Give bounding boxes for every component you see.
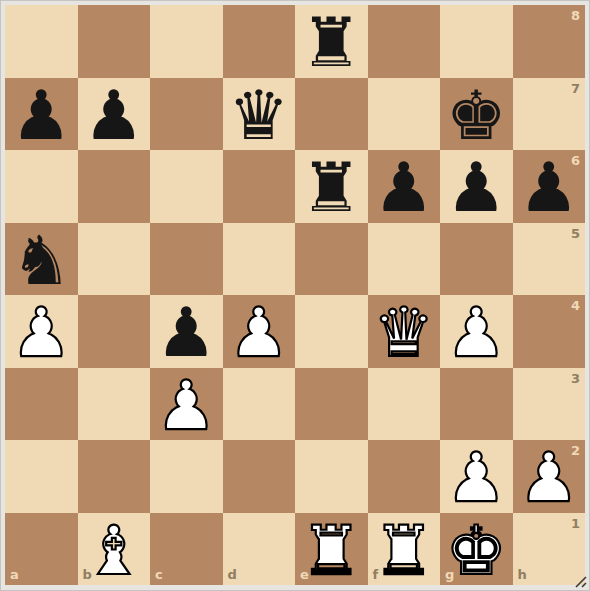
rank-label-7: 7 [571, 82, 580, 95]
square-h6[interactable]: ♟6 [513, 150, 586, 223]
black-pawn-h6[interactable]: ♟ [518, 154, 579, 222]
square-c4[interactable]: ♟ [150, 295, 223, 368]
square-c2[interactable] [150, 440, 223, 513]
square-b8[interactable] [78, 5, 151, 78]
white-pawn-g2[interactable]: ♟ [446, 444, 507, 512]
square-g1[interactable]: ♚g [440, 513, 513, 586]
rank-label-4: 4 [571, 299, 580, 312]
square-g3[interactable] [440, 368, 513, 441]
square-c6[interactable] [150, 150, 223, 223]
black-rook-e8[interactable]: ♜ [301, 9, 362, 77]
square-b5[interactable] [78, 223, 151, 296]
square-a3[interactable] [5, 368, 78, 441]
square-g5[interactable] [440, 223, 513, 296]
white-pawn-a4[interactable]: ♟ [11, 299, 72, 367]
white-queen-f4[interactable]: ♛ [373, 299, 434, 367]
black-pawn-a7[interactable]: ♟ [11, 82, 72, 150]
square-h8[interactable]: 8 [513, 5, 586, 78]
file-label-c: c [155, 568, 163, 581]
square-g4[interactable]: ♟ [440, 295, 513, 368]
square-b4[interactable] [78, 295, 151, 368]
black-pawn-b7[interactable]: ♟ [83, 82, 144, 150]
square-b1[interactable]: ♝b [78, 513, 151, 586]
square-g8[interactable] [440, 5, 513, 78]
square-g7[interactable]: ♚ [440, 78, 513, 151]
square-b6[interactable] [78, 150, 151, 223]
white-pawn-c3[interactable]: ♟ [156, 372, 217, 440]
square-d5[interactable] [223, 223, 296, 296]
square-f2[interactable] [368, 440, 441, 513]
white-rook-f1[interactable]: ♜ [373, 517, 434, 585]
white-king-g1[interactable]: ♚ [446, 517, 507, 585]
square-d6[interactable] [223, 150, 296, 223]
file-label-h: h [518, 568, 527, 581]
square-f4[interactable]: ♛ [368, 295, 441, 368]
square-a7[interactable]: ♟ [5, 78, 78, 151]
square-e3[interactable] [295, 368, 368, 441]
square-e6[interactable]: ♜ [295, 150, 368, 223]
square-d8[interactable] [223, 5, 296, 78]
square-c1[interactable]: c [150, 513, 223, 586]
square-f7[interactable] [368, 78, 441, 151]
black-pawn-c4[interactable]: ♟ [156, 299, 217, 367]
square-e8[interactable]: ♜ [295, 5, 368, 78]
square-h3[interactable]: 3 [513, 368, 586, 441]
square-d1[interactable]: d [223, 513, 296, 586]
white-pawn-d4[interactable]: ♟ [228, 299, 289, 367]
square-h4[interactable]: 4 [513, 295, 586, 368]
square-a2[interactable] [5, 440, 78, 513]
square-b2[interactable] [78, 440, 151, 513]
black-rook-e6[interactable]: ♜ [301, 154, 362, 222]
square-d2[interactable] [223, 440, 296, 513]
square-c5[interactable] [150, 223, 223, 296]
white-pawn-h2[interactable]: ♟ [518, 444, 579, 512]
square-c7[interactable] [150, 78, 223, 151]
white-pawn-g4[interactable]: ♟ [446, 299, 507, 367]
rank-label-1: 1 [571, 517, 580, 530]
black-knight-a5[interactable]: ♞ [11, 227, 72, 295]
square-d4[interactable]: ♟ [223, 295, 296, 368]
square-e4[interactable] [295, 295, 368, 368]
square-b7[interactable]: ♟ [78, 78, 151, 151]
square-a8[interactable] [5, 5, 78, 78]
square-c8[interactable] [150, 5, 223, 78]
rank-label-8: 8 [571, 9, 580, 22]
square-a1[interactable]: a [5, 513, 78, 586]
square-g2[interactable]: ♟ [440, 440, 513, 513]
square-b3[interactable] [78, 368, 151, 441]
square-f5[interactable] [368, 223, 441, 296]
file-label-a: a [10, 568, 19, 581]
square-e1[interactable]: ♜e [295, 513, 368, 586]
square-h5[interactable]: 5 [513, 223, 586, 296]
square-h2[interactable]: ♟2 [513, 440, 586, 513]
square-e5[interactable] [295, 223, 368, 296]
resize-handle-icon[interactable] [573, 574, 587, 588]
square-e2[interactable] [295, 440, 368, 513]
square-d3[interactable] [223, 368, 296, 441]
square-e7[interactable] [295, 78, 368, 151]
square-f1[interactable]: ♜f [368, 513, 441, 586]
chess-board: ♜8♟♟♛♚7♜♟♟♟6♞5♟♟♟♛♟4♟3♟♟2a♝bcd♜e♜f♚g1h [5, 5, 585, 585]
rank-label-3: 3 [571, 372, 580, 385]
square-d7[interactable]: ♛ [223, 78, 296, 151]
white-bishop-b1[interactable]: ♝ [83, 517, 144, 585]
square-f8[interactable] [368, 5, 441, 78]
black-king-g7[interactable]: ♚ [446, 82, 507, 150]
black-pawn-g6[interactable]: ♟ [446, 154, 507, 222]
black-pawn-f6[interactable]: ♟ [373, 154, 434, 222]
page-background: ♜8♟♟♛♚7♜♟♟♟6♞5♟♟♟♛♟4♟3♟♟2a♝bcd♜e♜f♚g1h [0, 0, 590, 591]
square-a4[interactable]: ♟ [5, 295, 78, 368]
rank-label-5: 5 [571, 227, 580, 240]
square-f6[interactable]: ♟ [368, 150, 441, 223]
square-c3[interactable]: ♟ [150, 368, 223, 441]
square-a5[interactable]: ♞ [5, 223, 78, 296]
square-g6[interactable]: ♟ [440, 150, 513, 223]
white-rook-e1[interactable]: ♜ [301, 517, 362, 585]
square-a6[interactable] [5, 150, 78, 223]
square-f3[interactable] [368, 368, 441, 441]
black-queen-d7[interactable]: ♛ [228, 82, 289, 150]
file-label-d: d [228, 568, 237, 581]
square-h7[interactable]: 7 [513, 78, 586, 151]
